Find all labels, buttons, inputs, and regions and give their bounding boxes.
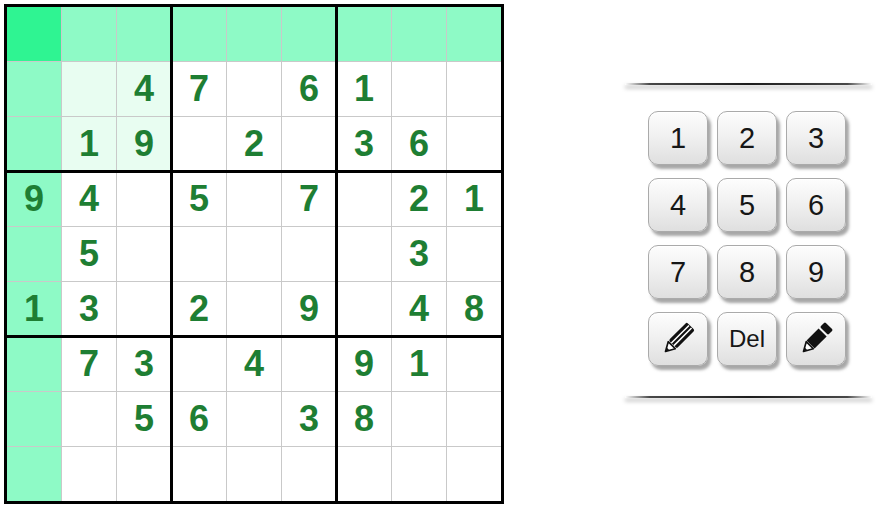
cell-r1c1[interactable] (7, 7, 61, 61)
cell-r4c8[interactable]: 2 (392, 172, 446, 226)
cell-r2c4[interactable]: 7 (172, 62, 226, 116)
cell-r7c2[interactable]: 7 (62, 337, 116, 391)
pencil-solid-icon (796, 319, 836, 359)
cell-r1c3[interactable] (117, 7, 171, 61)
given-digit: 3 (409, 236, 429, 272)
cell-r2c1[interactable] (7, 62, 61, 116)
digit-8-button[interactable]: 8 (717, 245, 777, 299)
cell-r9c7[interactable] (337, 447, 391, 501)
cell-r8c7[interactable]: 8 (337, 392, 391, 446)
pencil-striped-icon (658, 319, 698, 359)
cell-r2c7[interactable]: 1 (337, 62, 391, 116)
cell-r7c1[interactable] (7, 337, 61, 391)
cell-r3c8[interactable]: 6 (392, 117, 446, 171)
cell-r3c2[interactable]: 1 (62, 117, 116, 171)
digit-7-button[interactable]: 7 (648, 245, 708, 299)
given-digit: 9 (299, 291, 319, 327)
cell-r5c9[interactable] (447, 227, 501, 281)
given-digit: 5 (79, 236, 99, 272)
cell-r5c1[interactable] (7, 227, 61, 281)
pencil-button[interactable] (786, 312, 846, 366)
digit-1-button[interactable]: 1 (648, 111, 708, 165)
cell-r2c5[interactable] (227, 62, 281, 116)
cell-r9c5[interactable] (227, 447, 281, 501)
keypad-button-label: 1 (670, 122, 686, 155)
cell-r5c5[interactable] (227, 227, 281, 281)
keypad-button-label: 8 (739, 256, 755, 289)
given-digit: 1 (24, 291, 44, 327)
cell-r4c2[interactable]: 4 (62, 172, 116, 226)
given-digit: 9 (354, 346, 374, 382)
given-digit: 7 (189, 71, 209, 107)
given-digit: 3 (79, 291, 99, 327)
given-digit: 1 (79, 126, 99, 162)
keypad: 123456789Del (648, 111, 846, 366)
cell-r9c6[interactable] (282, 447, 336, 501)
cell-r3c7[interactable]: 3 (337, 117, 391, 171)
given-digit: 1 (354, 71, 374, 107)
cell-r7c5[interactable]: 4 (227, 337, 281, 391)
given-digit: 9 (134, 126, 154, 162)
given-digit: 6 (409, 126, 429, 162)
given-digit: 3 (134, 346, 154, 382)
cell-r1c2[interactable] (62, 7, 116, 61)
given-digit: 1 (464, 181, 484, 217)
cell-r3c9[interactable] (447, 117, 501, 171)
given-digit: 3 (354, 126, 374, 162)
cell-r5c2[interactable]: 5 (62, 227, 116, 281)
cell-r6c9[interactable]: 8 (447, 282, 501, 336)
cell-r9c3[interactable] (117, 447, 171, 501)
pencil-marks-button[interactable] (648, 312, 708, 366)
keypad-button-label: 5 (739, 189, 755, 222)
cell-r7c8[interactable]: 1 (392, 337, 446, 391)
cell-r6c1[interactable]: 1 (7, 282, 61, 336)
cell-r2c3[interactable]: 4 (117, 62, 171, 116)
given-digit: 2 (189, 291, 209, 327)
digit-2-button[interactable]: 2 (717, 111, 777, 165)
cell-r8c1[interactable] (7, 392, 61, 446)
keypad-top-rule (625, 83, 872, 85)
given-digit: 1 (409, 346, 429, 382)
cell-r3c5[interactable]: 2 (227, 117, 281, 171)
cell-r1c5[interactable] (227, 7, 281, 61)
cell-r2c9[interactable] (447, 62, 501, 116)
keypad-button-label: 9 (808, 256, 824, 289)
cell-r5c8[interactable]: 3 (392, 227, 446, 281)
keypad-button-label: 4 (670, 189, 686, 222)
cell-r8c6[interactable]: 3 (282, 392, 336, 446)
keypad-button-label: 7 (670, 256, 686, 289)
sudoku-board: 47611923694572153132948734915638 (4, 4, 504, 504)
delete-button[interactable]: Del (717, 312, 777, 366)
keypad-button-label: 2 (739, 122, 755, 155)
cell-r4c4[interactable]: 5 (172, 172, 226, 226)
keypad-button-label: Del (729, 325, 765, 353)
cell-r9c8[interactable] (392, 447, 446, 501)
cell-r9c2[interactable] (62, 447, 116, 501)
cell-r1c8[interactable] (392, 7, 446, 61)
cell-r8c2[interactable] (62, 392, 116, 446)
cell-r8c3[interactable]: 5 (117, 392, 171, 446)
cell-r8c8[interactable] (392, 392, 446, 446)
cell-r7c7[interactable]: 9 (337, 337, 391, 391)
cell-r4c6[interactable]: 7 (282, 172, 336, 226)
cell-r4c3[interactable] (117, 172, 171, 226)
digit-4-button[interactable]: 4 (648, 178, 708, 232)
given-digit: 6 (189, 401, 209, 437)
cell-r5c6[interactable] (282, 227, 336, 281)
cell-r7c3[interactable]: 3 (117, 337, 171, 391)
cell-r4c1[interactable]: 9 (7, 172, 61, 226)
cell-r3c1[interactable] (7, 117, 61, 171)
given-digit: 8 (464, 291, 484, 327)
cell-r9c4[interactable] (172, 447, 226, 501)
given-digit: 9 (24, 181, 44, 217)
digit-5-button[interactable]: 5 (717, 178, 777, 232)
cell-r5c4[interactable] (172, 227, 226, 281)
given-digit: 7 (299, 181, 319, 217)
given-digit: 5 (134, 401, 154, 437)
cell-r1c4[interactable] (172, 7, 226, 61)
cell-r4c5[interactable] (227, 172, 281, 226)
cell-r1c9[interactable] (447, 7, 501, 61)
cell-r5c7[interactable] (337, 227, 391, 281)
given-digit: 6 (299, 71, 319, 107)
digit-3-button[interactable]: 3 (786, 111, 846, 165)
cell-r2c2[interactable] (62, 62, 116, 116)
given-digit: 2 (409, 181, 429, 217)
cell-r4c7[interactable] (337, 172, 391, 226)
given-digit: 2 (244, 126, 264, 162)
keypad-bottom-rule (625, 396, 872, 398)
given-digit: 4 (79, 181, 99, 217)
cell-r6c2[interactable]: 3 (62, 282, 116, 336)
cell-r6c4[interactable]: 2 (172, 282, 226, 336)
given-digit: 4 (244, 346, 264, 382)
cell-r7c9[interactable] (447, 337, 501, 391)
given-digit: 4 (134, 71, 154, 107)
cell-r4c9[interactable]: 1 (447, 172, 501, 226)
given-digit: 5 (189, 181, 209, 217)
cell-r6c3[interactable] (117, 282, 171, 336)
given-digit: 7 (79, 346, 99, 382)
keypad-button-label: 3 (808, 122, 824, 155)
cell-r2c6[interactable]: 6 (282, 62, 336, 116)
keypad-button-label: 6 (808, 189, 824, 222)
cell-r8c4[interactable]: 6 (172, 392, 226, 446)
cell-r9c1[interactable] (7, 447, 61, 501)
cell-r1c7[interactable] (337, 7, 391, 61)
cell-r2c8[interactable] (392, 62, 446, 116)
cell-r8c5[interactable] (227, 392, 281, 446)
cell-r7c4[interactable] (172, 337, 226, 391)
cell-r1c6[interactable] (282, 7, 336, 61)
given-digit: 3 (299, 401, 319, 437)
cell-r3c6[interactable] (282, 117, 336, 171)
digit-6-button[interactable]: 6 (786, 178, 846, 232)
cell-r3c3[interactable]: 9 (117, 117, 171, 171)
given-digit: 8 (354, 401, 374, 437)
cell-r7c6[interactable] (282, 337, 336, 391)
digit-9-button[interactable]: 9 (786, 245, 846, 299)
cell-r5c3[interactable] (117, 227, 171, 281)
cell-r6c6[interactable]: 9 (282, 282, 336, 336)
cell-r9c9[interactable] (447, 447, 501, 501)
cell-r6c5[interactable] (227, 282, 281, 336)
cell-r6c8[interactable]: 4 (392, 282, 446, 336)
cell-r3c4[interactable] (172, 117, 226, 171)
given-digit: 4 (409, 291, 429, 327)
cell-r6c7[interactable] (337, 282, 391, 336)
cell-r8c9[interactable] (447, 392, 501, 446)
